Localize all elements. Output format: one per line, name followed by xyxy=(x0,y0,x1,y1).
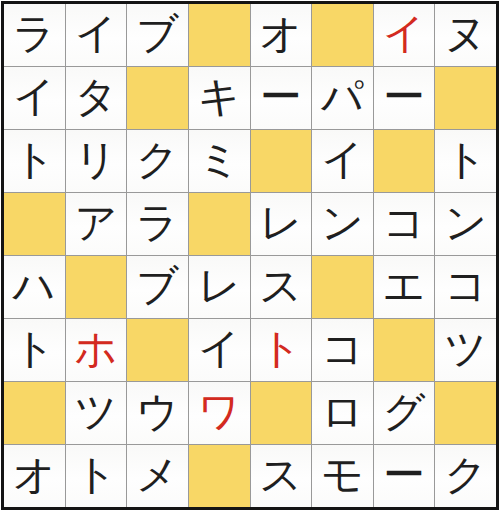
katakana-letter: メ xyxy=(136,454,179,496)
katakana-letter: ス xyxy=(259,265,302,307)
letter-cell-r2c7[interactable]: ー xyxy=(374,67,435,129)
letter-cell-r7c3[interactable]: ウ xyxy=(127,382,188,444)
katakana-letter: イ xyxy=(13,76,56,118)
katakana-letter: ー xyxy=(383,454,425,496)
blocked-cell-r1c4 xyxy=(189,4,250,66)
blocked-cell-r6c7 xyxy=(374,319,435,381)
katakana-letter: ブ xyxy=(136,13,179,55)
katakana-letter: イ xyxy=(321,139,364,181)
letter-cell-r3c6[interactable]: イ xyxy=(312,130,373,192)
katakana-letter: ト xyxy=(444,139,487,181)
blocked-cell-r6c3 xyxy=(127,319,188,381)
letter-cell-r6c2[interactable]: ホ xyxy=(66,319,127,381)
letter-cell-r5c3[interactable]: ブ xyxy=(127,256,188,318)
katakana-letter: リ xyxy=(74,139,117,181)
letter-cell-r8c8[interactable]: ク xyxy=(435,445,496,507)
letter-cell-r5c1[interactable]: ハ xyxy=(4,256,65,318)
letter-cell-r8c6[interactable]: モ xyxy=(312,445,373,507)
katakana-letter: エ xyxy=(383,265,426,307)
katakana-letter: ウ xyxy=(136,391,179,433)
katakana-letter: ク xyxy=(136,139,179,181)
katakana-letter: グ xyxy=(383,391,426,433)
katakana-letter: イ xyxy=(74,13,117,55)
letter-cell-r5c7[interactable]: エ xyxy=(374,256,435,318)
katakana-letter: ト xyxy=(74,454,117,496)
letter-cell-r4c6[interactable]: ン xyxy=(312,193,373,255)
katakana-letter: レ xyxy=(198,265,241,307)
katakana-letter: ー xyxy=(383,76,425,118)
blocked-cell-r5c2 xyxy=(66,256,127,318)
letter-cell-r6c1[interactable]: ト xyxy=(4,319,65,381)
blocked-cell-r8c4 xyxy=(189,445,250,507)
katakana-letter: コ xyxy=(321,328,364,370)
letter-cell-r3c8[interactable]: ト xyxy=(435,130,496,192)
crossword-board: ライブオイヌイタキーパートリクミイトアラレンコンハブレスエコトホイトコツツウワロ… xyxy=(1,1,499,510)
katakana-letter: ト xyxy=(13,139,56,181)
katakana-letter: ク xyxy=(444,454,487,496)
letter-cell-r6c5[interactable]: ト xyxy=(251,319,312,381)
letter-cell-r6c8[interactable]: ツ xyxy=(435,319,496,381)
letter-cell-r6c4[interactable]: イ xyxy=(189,319,250,381)
katakana-letter: タ xyxy=(74,76,117,118)
katakana-letter: ー xyxy=(260,76,302,118)
katakana-letter: イ xyxy=(198,328,241,370)
letter-cell-r3c4[interactable]: ミ xyxy=(189,130,250,192)
katakana-letter: ン xyxy=(444,202,487,244)
letter-cell-r3c3[interactable]: ク xyxy=(127,130,188,192)
katakana-letter: オ xyxy=(259,13,302,55)
letter-cell-r2c6[interactable]: パ xyxy=(312,67,373,129)
blocked-cell-r7c5 xyxy=(251,382,312,444)
katakana-letter: ア xyxy=(74,202,117,244)
katakana-letter: キ xyxy=(198,76,241,118)
katakana-letter: ワ xyxy=(198,391,241,433)
blocked-cell-r7c8 xyxy=(435,382,496,444)
letter-cell-r7c6[interactable]: ロ xyxy=(312,382,373,444)
letter-cell-r4c2[interactable]: ア xyxy=(66,193,127,255)
katakana-letter: モ xyxy=(321,454,364,496)
letter-cell-r8c2[interactable]: ト xyxy=(66,445,127,507)
crossword-page: ライブオイヌイタキーパートリクミイトアラレンコンハブレスエコトホイトコツツウワロ… xyxy=(0,0,500,511)
letter-cell-r1c1[interactable]: ラ xyxy=(4,4,65,66)
katakana-letter: ス xyxy=(259,454,302,496)
letter-cell-r1c5[interactable]: オ xyxy=(251,4,312,66)
katakana-letter: ツ xyxy=(74,391,117,433)
katakana-letter: オ xyxy=(13,454,56,496)
katakana-letter: ト xyxy=(259,328,302,370)
katakana-letter: ハ xyxy=(13,265,56,307)
katakana-letter: コ xyxy=(383,202,426,244)
blocked-cell-r3c5 xyxy=(251,130,312,192)
letter-cell-r4c3[interactable]: ラ xyxy=(127,193,188,255)
katakana-letter: ツ xyxy=(444,328,487,370)
letter-cell-r4c7[interactable]: コ xyxy=(374,193,435,255)
letter-cell-r3c1[interactable]: ト xyxy=(4,130,65,192)
letter-cell-r7c7[interactable]: グ xyxy=(374,382,435,444)
katakana-letter: ト xyxy=(13,328,56,370)
letter-cell-r8c7[interactable]: ー xyxy=(374,445,435,507)
katakana-letter: パ xyxy=(321,76,364,118)
letter-cell-r2c2[interactable]: タ xyxy=(66,67,127,129)
letter-cell-r8c5[interactable]: ス xyxy=(251,445,312,507)
letter-cell-r8c1[interactable]: オ xyxy=(4,445,65,507)
letter-cell-r4c8[interactable]: ン xyxy=(435,193,496,255)
blocked-cell-r4c4 xyxy=(189,193,250,255)
katakana-letter: ラ xyxy=(136,202,179,244)
letter-cell-r8c3[interactable]: メ xyxy=(127,445,188,507)
letter-cell-r2c5[interactable]: ー xyxy=(251,67,312,129)
blocked-cell-r5c6 xyxy=(312,256,373,318)
katakana-letter: ブ xyxy=(136,265,179,307)
katakana-letter: ホ xyxy=(74,328,117,370)
blocked-cell-r2c3 xyxy=(127,67,188,129)
blocked-cell-r2c8 xyxy=(435,67,496,129)
letter-cell-r7c4[interactable]: ワ xyxy=(189,382,250,444)
katakana-letter: ン xyxy=(321,202,364,244)
blocked-cell-r1c6 xyxy=(312,4,373,66)
katakana-letter: ラ xyxy=(13,13,56,55)
katakana-letter: ロ xyxy=(321,391,364,433)
letter-cell-r1c8[interactable]: ヌ xyxy=(435,4,496,66)
katakana-letter: レ xyxy=(259,202,302,244)
letter-cell-r7c2[interactable]: ツ xyxy=(66,382,127,444)
letter-cell-r3c2[interactable]: リ xyxy=(66,130,127,192)
letter-cell-r1c2[interactable]: イ xyxy=(66,4,127,66)
letter-cell-r5c5[interactable]: ス xyxy=(251,256,312,318)
blocked-cell-r7c1 xyxy=(4,382,65,444)
katakana-letter: イ xyxy=(383,13,426,55)
letter-cell-r6c6[interactable]: コ xyxy=(312,319,373,381)
katakana-letter: ヌ xyxy=(444,13,487,55)
katakana-letter: ミ xyxy=(198,139,241,181)
blocked-cell-r3c7 xyxy=(374,130,435,192)
letter-cell-r2c4[interactable]: キ xyxy=(189,67,250,129)
letter-cell-r2c1[interactable]: イ xyxy=(4,67,65,129)
blocked-cell-r4c1 xyxy=(4,193,65,255)
letter-cell-r5c8[interactable]: コ xyxy=(435,256,496,318)
letter-cell-r5c4[interactable]: レ xyxy=(189,256,250,318)
letter-cell-r4c5[interactable]: レ xyxy=(251,193,312,255)
letter-cell-r1c7[interactable]: イ xyxy=(374,4,435,66)
katakana-letter: コ xyxy=(444,265,487,307)
letter-cell-r1c3[interactable]: ブ xyxy=(127,4,188,66)
